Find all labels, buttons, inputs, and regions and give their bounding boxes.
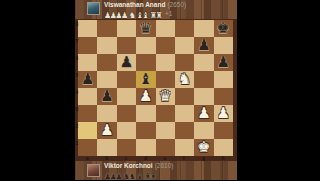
rank-label-7: 7	[76, 38, 79, 44]
square-d3[interactable]	[136, 105, 155, 122]
square-h6[interactable]: ♟	[214, 54, 233, 71]
square-c3[interactable]	[117, 105, 136, 122]
square-b6[interactable]	[97, 54, 116, 71]
square-h4[interactable]	[214, 88, 233, 105]
rank-label-3: 3	[76, 106, 79, 112]
black-king-h8[interactable]: ♚	[214, 20, 233, 37]
square-c7[interactable]	[117, 37, 136, 54]
square-h5[interactable]	[214, 71, 233, 88]
captured-group: ♜♜	[144, 172, 155, 181]
captured-black-knight: ♞	[129, 172, 135, 181]
square-c8[interactable]	[117, 20, 136, 37]
square-g4[interactable]	[194, 88, 213, 105]
captured-pieces-bottom: ♟♟♟♞♞♝♜♜	[104, 170, 237, 180]
player-rating-top: (2650)	[167, 1, 186, 8]
square-f8[interactable]	[175, 20, 194, 37]
square-d7[interactable]	[136, 37, 155, 54]
square-e3[interactable]	[156, 105, 175, 122]
chess-board: ♛♚♟♟♟♟♝♞♟♟♛♟♟♟♚ 87654321abcdefgh	[75, 19, 237, 161]
square-h1[interactable]	[214, 139, 233, 156]
white-pawn-b2[interactable]: ♟	[97, 122, 116, 139]
captured-black-bishop: ♝	[136, 172, 142, 181]
square-c6[interactable]: ♟	[117, 54, 136, 71]
square-g2[interactable]	[194, 122, 213, 139]
rank-label-4: 4	[76, 89, 79, 95]
square-f1[interactable]	[175, 139, 194, 156]
captured-black-rook: ♜	[150, 172, 156, 181]
white-queen-e4[interactable]: ♛	[156, 88, 175, 105]
captured-group: ♟♟♟	[104, 172, 121, 181]
rank-label-8: 8	[76, 21, 79, 27]
captured-black-pawn: ♟	[115, 172, 121, 181]
square-d6[interactable]	[136, 54, 155, 71]
square-a3[interactable]	[78, 105, 97, 122]
square-e6[interactable]	[156, 54, 175, 71]
black-pawn-h6[interactable]: ♟	[214, 54, 233, 71]
rank-label-1: 1	[76, 140, 79, 146]
white-pawn-d4[interactable]: ♟	[136, 88, 155, 105]
black-pawn-c6[interactable]: ♟	[117, 54, 136, 71]
rank-label-6: 6	[76, 55, 79, 61]
square-e5[interactable]	[156, 71, 175, 88]
player-avatar-top	[87, 2, 100, 15]
player-rating-bottom: (2610)	[155, 162, 174, 169]
square-g3[interactable]: ♟	[194, 105, 213, 122]
player-avatar-bottom	[87, 164, 100, 177]
square-a6[interactable]	[78, 54, 97, 71]
black-pawn-b4[interactable]: ♟	[97, 88, 116, 105]
square-b7[interactable]	[97, 37, 116, 54]
square-h3[interactable]: ♟	[214, 105, 233, 122]
square-d5[interactable]: ♝	[136, 71, 155, 88]
square-a1[interactable]	[78, 139, 97, 156]
square-a5[interactable]: ♟	[78, 71, 97, 88]
captured-pieces-top: ♟♟♟♟♞♝♝♜♜ +1	[104, 9, 237, 19]
square-b1[interactable]	[97, 139, 116, 156]
square-e2[interactable]	[156, 122, 175, 139]
square-f2[interactable]	[175, 122, 194, 139]
material-advantage-top: +1	[165, 9, 172, 19]
square-f7[interactable]	[175, 37, 194, 54]
square-e8[interactable]	[156, 20, 175, 37]
player-bar-top: Viswanathan Anand(2650) ♟♟♟♟♞♝♝♜♜ +1	[75, 0, 237, 19]
square-a7[interactable]	[78, 37, 97, 54]
square-a4[interactable]	[78, 88, 97, 105]
square-c2[interactable]	[117, 122, 136, 139]
square-b2[interactable]: ♟	[97, 122, 116, 139]
square-d1[interactable]	[136, 139, 155, 156]
square-b4[interactable]: ♟	[97, 88, 116, 105]
square-g6[interactable]	[194, 54, 213, 71]
square-g7[interactable]: ♟	[194, 37, 213, 54]
square-f5[interactable]: ♞	[175, 71, 194, 88]
square-c5[interactable]	[117, 71, 136, 88]
square-e7[interactable]	[156, 37, 175, 54]
captured-group: ♝	[136, 172, 142, 181]
white-pawn-g3[interactable]: ♟	[194, 105, 213, 122]
square-c1[interactable]	[117, 139, 136, 156]
square-a2[interactable]	[78, 122, 97, 139]
square-d8[interactable]: ♛	[136, 20, 155, 37]
black-queen-d8[interactable]: ♛	[136, 20, 155, 37]
square-b5[interactable]	[97, 71, 116, 88]
square-e1[interactable]	[156, 139, 175, 156]
white-pawn-h3[interactable]: ♟	[214, 105, 233, 122]
square-g5[interactable]	[194, 71, 213, 88]
captured-group: ♞♞	[123, 172, 134, 181]
square-h7[interactable]	[214, 37, 233, 54]
black-bishop-d5[interactable]: ♝	[136, 71, 155, 88]
square-d2[interactable]	[136, 122, 155, 139]
black-pawn-g7[interactable]: ♟	[194, 37, 213, 54]
white-knight-f5[interactable]: ♞	[175, 71, 194, 88]
square-f4[interactable]	[175, 88, 194, 105]
square-g1[interactable]: ♚	[194, 139, 213, 156]
square-h8[interactable]: ♚	[214, 20, 233, 37]
square-b8[interactable]	[97, 20, 116, 37]
player-bar-bottom: Viktor Korchnoi(2610) ♟♟♟♞♞♝♜♜	[75, 161, 237, 180]
rank-label-5: 5	[76, 72, 79, 78]
square-b3[interactable]	[97, 105, 116, 122]
rank-label-2: 2	[76, 123, 79, 129]
square-e4[interactable]: ♛	[156, 88, 175, 105]
square-f6[interactable]	[175, 54, 194, 71]
square-c4[interactable]	[117, 88, 136, 105]
square-g8[interactable]	[194, 20, 213, 37]
white-king-g1[interactable]: ♚	[194, 139, 213, 156]
black-pawn-a5[interactable]: ♟	[78, 71, 97, 88]
square-h2[interactable]	[214, 122, 233, 139]
square-a8[interactable]	[78, 20, 97, 37]
square-d4[interactable]: ♟	[136, 88, 155, 105]
square-f3[interactable]	[175, 105, 194, 122]
chess-app: Viswanathan Anand(2650) ♟♟♟♟♞♝♝♜♜ +1 ♛♚♟…	[75, 0, 237, 180]
